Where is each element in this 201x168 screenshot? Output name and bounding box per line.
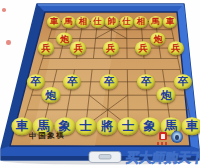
piece-blue-chariot[interactable]: 車 xyxy=(182,117,201,135)
piece-red-soldier[interactable]: 兵 xyxy=(38,41,54,55)
piece-blue-cannon[interactable]: 炮 xyxy=(41,87,60,103)
piece-red-soldier[interactable]: 兵 xyxy=(70,41,86,55)
red-seal-stamp-icon xyxy=(159,132,167,140)
piece-red-soldier[interactable]: 兵 xyxy=(168,41,184,55)
board-title: 中国象棋 xyxy=(29,131,66,142)
seller-watermark: 买大师购天下 xyxy=(125,149,200,167)
logo-figure-icon xyxy=(175,135,179,140)
piece-red-soldier[interactable]: 兵 xyxy=(103,41,119,55)
seal-caption-marks xyxy=(157,142,169,145)
piece-blue-cannon[interactable]: 炮 xyxy=(157,87,176,103)
case-latch xyxy=(89,152,121,163)
xiangqi-set-photo: 中国象棋 車馬相仕帥仕相馬車炮炮兵兵兵兵兵卒卒卒卒卒炮炮車馬象士將士象馬車 买大… xyxy=(0,0,200,168)
piece-blue-general[interactable]: 將 xyxy=(97,117,118,135)
piece-blue-elephant[interactable]: 象 xyxy=(139,117,160,135)
piece-red-soldier[interactable]: 兵 xyxy=(135,41,151,55)
red-watermark-dot xyxy=(2,8,6,12)
piece-blue-advisor[interactable]: 士 xyxy=(75,117,96,135)
seal-glyph-icon xyxy=(161,134,165,139)
round-logo-icon xyxy=(171,131,183,143)
red-watermark-dot xyxy=(6,40,11,45)
piece-blue-advisor[interactable]: 士 xyxy=(118,117,139,135)
